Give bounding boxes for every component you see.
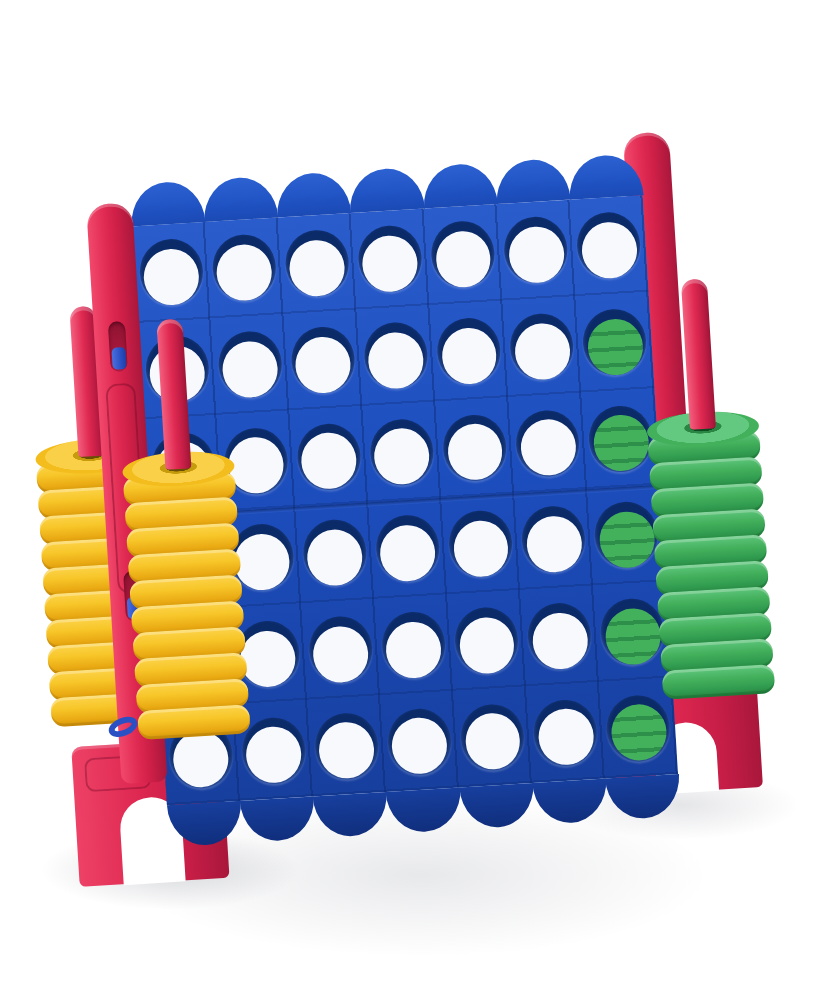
board-cell (453, 687, 532, 788)
board-cell (435, 397, 514, 498)
board-hole (605, 693, 672, 763)
board-cell (205, 218, 284, 319)
hole-opening (464, 712, 522, 771)
scallop-bump (202, 176, 279, 222)
hole-opening (586, 317, 644, 376)
board-cell (502, 296, 581, 397)
hole-opening (598, 510, 656, 569)
board-hole (447, 509, 514, 579)
board-hole (435, 316, 502, 386)
connect-four-unit (0, 0, 819, 1000)
board-hole (526, 601, 593, 671)
board-cell (380, 691, 459, 792)
board-hole (138, 238, 205, 308)
board-hole (295, 422, 362, 492)
hole-opening (379, 523, 437, 582)
board-hole (357, 224, 424, 294)
board-hole (459, 702, 526, 772)
scallop-bump (240, 796, 317, 842)
board-cell (575, 292, 654, 393)
board-cell (424, 204, 503, 305)
hole-opening (531, 611, 589, 670)
board-cell (356, 305, 435, 406)
hole-opening (318, 721, 376, 780)
scallop-bump (129, 180, 206, 226)
hole-opening (221, 339, 279, 398)
board-hole (453, 606, 520, 676)
board-cell (307, 695, 386, 796)
hole-opening (519, 418, 577, 477)
board-cell (301, 599, 380, 700)
disc-post-front-right (646, 409, 775, 700)
board-hole (508, 312, 575, 382)
disc-post-front-left (122, 449, 251, 740)
board-cell (351, 209, 430, 310)
board-cell (570, 195, 649, 296)
board-hole (520, 505, 587, 575)
hole-opening (513, 322, 571, 381)
hole-opening (172, 730, 230, 789)
board-hole (599, 597, 666, 667)
post-rod (681, 278, 716, 429)
scallop-bump (459, 783, 536, 829)
board-hole (503, 215, 570, 285)
hole-opening (239, 629, 297, 688)
scallop-bump (494, 158, 571, 204)
hole-opening (361, 234, 419, 293)
board-hole (593, 500, 660, 570)
hole-opening (592, 414, 650, 473)
hole-opening (288, 238, 346, 297)
board-hole (532, 698, 599, 768)
hole-opening (312, 624, 370, 683)
scallop-bump (348, 167, 425, 213)
board-hole (430, 220, 497, 290)
board-hole (441, 413, 508, 483)
scallop-bump (167, 801, 244, 847)
hole-opening (458, 615, 516, 674)
board-hole (313, 711, 380, 781)
board-cell (362, 402, 441, 503)
board-hole (216, 330, 283, 400)
board-hole (374, 514, 441, 584)
hole-opening (227, 436, 285, 495)
hole-opening (215, 243, 273, 302)
scallop-bump (275, 171, 352, 217)
product-photo-scene (0, 0, 819, 1000)
hole-opening (233, 532, 291, 591)
rail-slot (108, 321, 128, 372)
blue-clip (111, 347, 126, 370)
board-hole (380, 610, 447, 680)
board-hole (284, 229, 351, 299)
board-cell (514, 489, 593, 590)
board-cell (508, 393, 587, 494)
board-cell (429, 301, 508, 402)
board-cell (210, 314, 289, 415)
scallop-bump (605, 774, 682, 820)
board-cell (283, 310, 362, 411)
hole-opening (367, 330, 425, 389)
board-hole (301, 518, 368, 588)
board-cell (374, 595, 453, 696)
hole-opening (245, 725, 303, 784)
hole-opening (610, 703, 668, 762)
hole-opening (300, 431, 358, 490)
board-hole (362, 321, 429, 391)
board-hole (368, 417, 435, 487)
hole-opening (373, 427, 431, 486)
board-cell (497, 200, 576, 301)
board-hole (581, 307, 648, 377)
board-hole (211, 233, 278, 303)
board-cell (368, 498, 447, 599)
hole-opening (440, 326, 498, 385)
scallop-bump (532, 779, 609, 825)
board-cell (447, 590, 526, 691)
board-hole (307, 615, 374, 685)
board-cell (520, 586, 599, 687)
board-cell (278, 213, 357, 314)
scallop-bump (421, 162, 498, 208)
hole-opening (507, 225, 565, 284)
board-hole (386, 707, 453, 777)
hole-opening (385, 620, 443, 679)
hole-opening (142, 247, 200, 306)
board-cell (526, 682, 605, 783)
board-hole (587, 404, 654, 474)
green-disc (662, 664, 776, 700)
scallop-bump (313, 792, 390, 838)
hole-opening (294, 335, 352, 394)
hole-opening (306, 528, 364, 587)
scallop-bump (567, 153, 644, 199)
hole-opening (580, 221, 638, 280)
board-cell (132, 222, 211, 323)
board-cell (441, 494, 520, 595)
board-hole (514, 408, 581, 478)
board-hole (289, 325, 356, 395)
hole-opening (452, 519, 510, 578)
hole-opening (537, 707, 595, 766)
board-hole (576, 211, 643, 281)
scallop-bump (386, 787, 463, 833)
hole-opening (391, 716, 449, 775)
hole-opening (446, 422, 504, 481)
hole-opening (604, 607, 662, 666)
hole-opening (434, 230, 492, 289)
board-cell (289, 406, 368, 507)
hole-opening (525, 515, 583, 574)
board-cell (295, 502, 374, 603)
